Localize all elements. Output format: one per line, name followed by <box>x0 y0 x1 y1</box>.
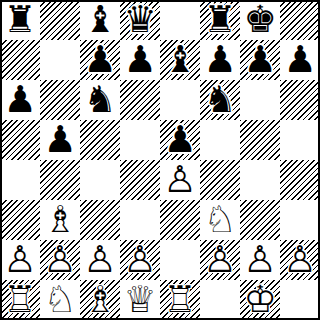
square-d4[interactable] <box>120 160 160 200</box>
square-b8[interactable] <box>40 0 80 40</box>
square-d7[interactable]: ♟ <box>120 40 160 80</box>
white-pawn[interactable]: ♙ <box>3 240 36 280</box>
square-a5[interactable] <box>0 120 40 160</box>
square-c1[interactable]: ♗ <box>80 280 120 320</box>
square-g5[interactable] <box>240 120 280 160</box>
square-c3[interactable] <box>80 200 120 240</box>
white-rook[interactable]: ♖ <box>163 280 196 320</box>
square-a6[interactable]: ♟ <box>0 80 40 120</box>
square-d1[interactable]: ♕ <box>120 280 160 320</box>
black-pawn[interactable]: ♟ <box>203 40 236 80</box>
square-e7[interactable]: ♝ <box>160 40 200 80</box>
square-f2[interactable]: ♙ <box>200 240 240 280</box>
square-f7[interactable]: ♟ <box>200 40 240 80</box>
square-d2[interactable]: ♙ <box>120 240 160 280</box>
square-c8[interactable]: ♝ <box>80 0 120 40</box>
white-king[interactable]: ♔ <box>243 280 276 320</box>
square-e3[interactable] <box>160 200 200 240</box>
square-a2[interactable]: ♙ <box>0 240 40 280</box>
square-h7[interactable]: ♟ <box>280 40 320 80</box>
square-e8[interactable] <box>160 0 200 40</box>
white-pawn[interactable]: ♙ <box>83 240 116 280</box>
square-e2[interactable] <box>160 240 200 280</box>
square-c6[interactable]: ♞ <box>80 80 120 120</box>
white-queen[interactable]: ♕ <box>123 280 156 320</box>
square-f8[interactable]: ♜ <box>200 0 240 40</box>
square-g2[interactable]: ♙ <box>240 240 280 280</box>
square-g3[interactable] <box>240 200 280 240</box>
white-bishop[interactable]: ♗ <box>43 200 76 240</box>
square-h1[interactable] <box>280 280 320 320</box>
square-f4[interactable] <box>200 160 240 200</box>
white-pawn[interactable]: ♙ <box>243 240 276 280</box>
square-f6[interactable]: ♞ <box>200 80 240 120</box>
square-e5[interactable]: ♟ <box>160 120 200 160</box>
white-pawn[interactable]: ♙ <box>283 240 316 280</box>
black-pawn[interactable]: ♟ <box>283 40 316 80</box>
square-e6[interactable] <box>160 80 200 120</box>
square-f1[interactable] <box>200 280 240 320</box>
square-b5[interactable]: ♟ <box>40 120 80 160</box>
black-pawn[interactable]: ♟ <box>83 40 116 80</box>
square-d3[interactable] <box>120 200 160 240</box>
white-pawn[interactable]: ♙ <box>43 240 76 280</box>
white-knight[interactable]: ♘ <box>43 280 76 320</box>
square-d6[interactable] <box>120 80 160 120</box>
square-a7[interactable] <box>0 40 40 80</box>
square-f3[interactable]: ♘ <box>200 200 240 240</box>
square-g4[interactable] <box>240 160 280 200</box>
white-knight[interactable]: ♘ <box>203 200 236 240</box>
white-rook[interactable]: ♖ <box>3 280 36 320</box>
black-bishop[interactable]: ♝ <box>163 40 196 80</box>
black-pawn[interactable]: ♟ <box>3 80 36 120</box>
square-b7[interactable] <box>40 40 80 80</box>
chess-board: ♜♝♛♜♚♟♟♝♟♟♟♟♞♞♟♟♙♗♘♙♙♙♙♙♙♙♖♘♗♕♖♔ <box>0 0 320 320</box>
black-pawn[interactable]: ♟ <box>243 40 276 80</box>
square-a4[interactable] <box>0 160 40 200</box>
black-pawn[interactable]: ♟ <box>163 120 196 160</box>
square-d5[interactable] <box>120 120 160 160</box>
square-c4[interactable] <box>80 160 120 200</box>
square-h4[interactable] <box>280 160 320 200</box>
square-h5[interactable] <box>280 120 320 160</box>
square-b4[interactable] <box>40 160 80 200</box>
square-e1[interactable]: ♖ <box>160 280 200 320</box>
square-h6[interactable] <box>280 80 320 120</box>
black-rook[interactable]: ♜ <box>203 0 236 40</box>
square-f5[interactable] <box>200 120 240 160</box>
black-bishop[interactable]: ♝ <box>83 0 116 40</box>
square-c7[interactable]: ♟ <box>80 40 120 80</box>
white-pawn[interactable]: ♙ <box>203 240 236 280</box>
square-b6[interactable] <box>40 80 80 120</box>
square-g7[interactable]: ♟ <box>240 40 280 80</box>
square-c2[interactable]: ♙ <box>80 240 120 280</box>
black-king[interactable]: ♚ <box>243 0 276 40</box>
square-a8[interactable]: ♜ <box>0 0 40 40</box>
white-pawn[interactable]: ♙ <box>163 160 196 200</box>
black-knight[interactable]: ♞ <box>83 80 116 120</box>
square-b1[interactable]: ♘ <box>40 280 80 320</box>
black-pawn[interactable]: ♟ <box>43 120 76 160</box>
black-knight[interactable]: ♞ <box>203 80 236 120</box>
white-bishop[interactable]: ♗ <box>83 280 116 320</box>
square-g8[interactable]: ♚ <box>240 0 280 40</box>
square-a3[interactable] <box>0 200 40 240</box>
square-b2[interactable]: ♙ <box>40 240 80 280</box>
square-h2[interactable]: ♙ <box>280 240 320 280</box>
black-rook[interactable]: ♜ <box>3 0 36 40</box>
black-pawn[interactable]: ♟ <box>123 40 156 80</box>
board-grid: ♜♝♛♜♚♟♟♝♟♟♟♟♞♞♟♟♙♗♘♙♙♙♙♙♙♙♖♘♗♕♖♔ <box>0 0 320 320</box>
square-c5[interactable] <box>80 120 120 160</box>
square-a1[interactable]: ♖ <box>0 280 40 320</box>
square-h8[interactable] <box>280 0 320 40</box>
square-g1[interactable]: ♔ <box>240 280 280 320</box>
square-h3[interactable] <box>280 200 320 240</box>
white-pawn[interactable]: ♙ <box>123 240 156 280</box>
square-d8[interactable]: ♛ <box>120 0 160 40</box>
square-e4[interactable]: ♙ <box>160 160 200 200</box>
square-b3[interactable]: ♗ <box>40 200 80 240</box>
square-g6[interactable] <box>240 80 280 120</box>
black-queen[interactable]: ♛ <box>123 0 156 40</box>
